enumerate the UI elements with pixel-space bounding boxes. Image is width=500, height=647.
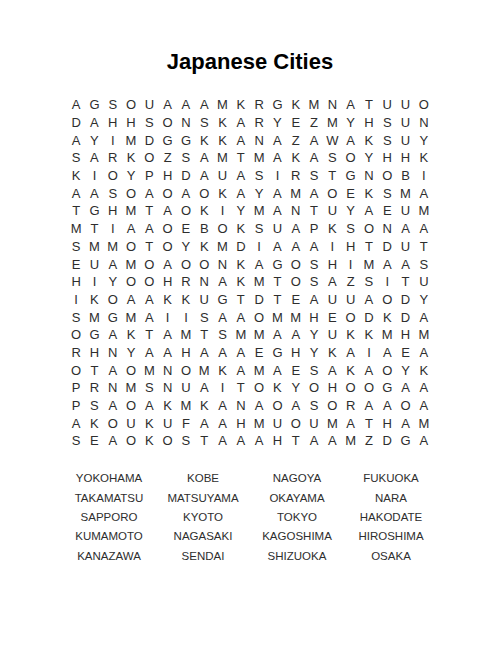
grid-cell: A <box>268 202 286 220</box>
grid-cell: K <box>360 131 378 149</box>
grid-cell: A <box>158 326 176 344</box>
word-list-item: TOKYO <box>250 507 344 526</box>
word-list-item: KAGOSHIMA <box>250 527 344 546</box>
grid-cell: A <box>341 414 359 432</box>
grid-cell: A <box>104 361 122 379</box>
grid-cell: N <box>378 220 396 238</box>
grid-cell: G <box>213 291 231 309</box>
grid-cell: M <box>122 308 140 326</box>
grid-cell: T <box>85 220 103 238</box>
grid-cell: N <box>195 273 213 291</box>
grid-cell: O <box>360 379 378 397</box>
grid-cell: K <box>415 149 433 167</box>
word-search-grid: AGSOUAAAMKRGKMNATUUODAHHSONSKARYEZMYHSUN… <box>67 96 433 450</box>
grid-cell: H <box>268 432 286 450</box>
grid-cell: P <box>67 397 85 415</box>
grid-cell: M <box>268 308 286 326</box>
grid-cell: U <box>177 379 195 397</box>
grid-cell: K <box>341 326 359 344</box>
grid-cell: S <box>195 114 213 132</box>
grid-cell: A <box>158 344 176 362</box>
grid-cell: H <box>67 273 85 291</box>
grid-cell: A <box>323 361 341 379</box>
grid-cell: R <box>341 397 359 415</box>
grid-cell: T <box>195 326 213 344</box>
grid-cell: A <box>67 184 85 202</box>
grid-cell: M <box>177 326 195 344</box>
grid-cell: M <box>415 414 433 432</box>
grid-cell: K <box>195 397 213 415</box>
grid-cell: A <box>341 131 359 149</box>
grid-cell: Y <box>305 344 323 362</box>
grid-cell: H <box>396 149 414 167</box>
grid-cell: S <box>360 273 378 291</box>
grid-cell: A <box>268 238 286 256</box>
grid-cell: I <box>341 255 359 273</box>
grid-cell: A <box>415 379 433 397</box>
grid-cell: O <box>305 379 323 397</box>
grid-cell: S <box>195 308 213 326</box>
grid-cell: H <box>158 273 176 291</box>
grid-cell: M <box>415 202 433 220</box>
grid-cell: O <box>323 397 341 415</box>
grid-cell: A <box>213 397 231 415</box>
grid-cell: A <box>195 167 213 185</box>
grid-cell: U <box>140 96 158 114</box>
grid-cell: K <box>213 184 231 202</box>
grid-cell: B <box>396 167 414 185</box>
grid-cell: A <box>140 308 158 326</box>
grid-cell: N <box>323 96 341 114</box>
grid-cell: S <box>305 273 323 291</box>
grid-cell: A <box>396 379 414 397</box>
grid-cell: A <box>268 184 286 202</box>
grid-cell: S <box>213 326 231 344</box>
grid-cell: O <box>158 432 176 450</box>
grid-cell: T <box>360 414 378 432</box>
word-list-item: KOBE <box>156 469 250 488</box>
word-list-item: HAKODATE <box>344 507 438 526</box>
grid-cell: S <box>378 114 396 132</box>
grid-cell: K <box>232 96 250 114</box>
grid-cell: U <box>122 414 140 432</box>
grid-cell: M <box>396 184 414 202</box>
grid-cell: O <box>177 255 195 273</box>
grid-cell: Z <box>341 273 359 291</box>
grid-cell: O <box>140 149 158 167</box>
grid-cell: U <box>396 202 414 220</box>
grid-cell: E <box>287 114 305 132</box>
grid-cell: A <box>195 149 213 167</box>
grid-cell: H <box>360 114 378 132</box>
grid-cell: A <box>158 202 176 220</box>
grid-cell: A <box>360 291 378 309</box>
grid-cell: M <box>213 238 231 256</box>
grid-cell: D <box>250 291 268 309</box>
grid-cell: A <box>268 326 286 344</box>
grid-cell: A <box>140 184 158 202</box>
grid-cell: K <box>85 414 103 432</box>
grid-cell: T <box>287 432 305 450</box>
grid-cell: G <box>378 379 396 397</box>
grid-cell: O <box>323 184 341 202</box>
grid-cell: M <box>85 308 103 326</box>
grid-cell: Y <box>305 326 323 344</box>
word-list-item: KUMAMOTO <box>62 527 156 546</box>
grid-cell: A <box>250 432 268 450</box>
grid-cell: A <box>104 397 122 415</box>
grid-cell: T <box>305 202 323 220</box>
grid-cell: Y <box>360 149 378 167</box>
grid-cell: I <box>104 131 122 149</box>
grid-cell: T <box>232 379 250 397</box>
grid-cell: K <box>232 255 250 273</box>
grid-cell: D <box>232 238 250 256</box>
grid-cell: O <box>122 361 140 379</box>
grid-cell: G <box>104 308 122 326</box>
grid-cell: O <box>122 397 140 415</box>
grid-cell: R <box>177 273 195 291</box>
grid-cell: A <box>415 220 433 238</box>
grid-cell: N <box>250 131 268 149</box>
grid-cell: I <box>67 291 85 309</box>
grid-cell: A <box>415 397 433 415</box>
grid-cell: K <box>268 379 286 397</box>
grid-cell: O <box>195 184 213 202</box>
grid-cell: Y <box>250 184 268 202</box>
grid-cell: T <box>232 291 250 309</box>
grid-cell: M <box>323 414 341 432</box>
grid-cell: A <box>177 184 195 202</box>
grid-cell: O <box>122 184 140 202</box>
grid-cell: K <box>287 96 305 114</box>
grid-cell: A <box>67 131 85 149</box>
grid-cell: O <box>287 255 305 273</box>
grid-cell: N <box>158 361 176 379</box>
grid-cell: N <box>360 167 378 185</box>
grid-cell: I <box>85 167 103 185</box>
word-list-item: YOKOHAMA <box>62 469 156 488</box>
grid-cell: M <box>122 202 140 220</box>
word-list-item: NARA <box>344 488 438 507</box>
grid-cell: A <box>305 131 323 149</box>
grid-cell: A <box>305 149 323 167</box>
word-list-item: SENDAI <box>156 546 250 565</box>
grid-cell: N <box>213 255 231 273</box>
grid-cell: A <box>232 131 250 149</box>
grid-cell: O <box>268 397 286 415</box>
grid-cell: R <box>85 379 103 397</box>
grid-cell: T <box>268 273 286 291</box>
grid-cell: A <box>360 397 378 415</box>
grid-cell: K <box>122 149 140 167</box>
grid-cell: S <box>305 397 323 415</box>
grid-cell: T <box>323 167 341 185</box>
grid-cell: A <box>213 432 231 450</box>
grid-cell: N <box>158 379 176 397</box>
grid-cell: U <box>158 414 176 432</box>
grid-cell: R <box>67 344 85 362</box>
grid-cell: A <box>213 414 231 432</box>
grid-cell: A <box>122 220 140 238</box>
grid-cell: A <box>232 114 250 132</box>
grid-cell: A <box>396 220 414 238</box>
grid-cell: A <box>85 114 103 132</box>
grid-cell: S <box>305 361 323 379</box>
grid-cell: M <box>378 326 396 344</box>
grid-cell: G <box>268 96 286 114</box>
grid-cell: U <box>415 273 433 291</box>
grid-cell: K <box>232 273 250 291</box>
grid-cell: A <box>67 414 85 432</box>
grid-cell: T <box>268 291 286 309</box>
grid-cell: A <box>213 273 231 291</box>
grid-cell: O <box>158 220 176 238</box>
grid-cell: Z <box>287 131 305 149</box>
grid-cell: M <box>213 149 231 167</box>
grid-cell: A <box>323 432 341 450</box>
grid-cell: O <box>287 273 305 291</box>
grid-cell: I <box>360 344 378 362</box>
grid-cell: D <box>396 308 414 326</box>
grid-cell: O <box>104 167 122 185</box>
grid-cell: T <box>140 202 158 220</box>
word-list-item: NAGOYA <box>250 469 344 488</box>
grid-cell: K <box>323 344 341 362</box>
grid-cell: F <box>177 414 195 432</box>
grid-cell: U <box>341 291 359 309</box>
grid-cell: K <box>195 238 213 256</box>
grid-cell: A <box>195 379 213 397</box>
grid-cell: R <box>287 167 305 185</box>
grid-cell: Y <box>341 114 359 132</box>
grid-cell: O <box>213 220 231 238</box>
grid-cell: K <box>415 361 433 379</box>
grid-cell: H <box>378 149 396 167</box>
grid-cell: A <box>305 184 323 202</box>
grid-cell: R <box>250 114 268 132</box>
grid-cell: D <box>378 432 396 450</box>
grid-cell: U <box>268 414 286 432</box>
grid-cell: A <box>378 255 396 273</box>
grid-cell: O <box>250 379 268 397</box>
grid-cell: H <box>287 344 305 362</box>
grid-cell: A <box>104 326 122 344</box>
grid-cell: H <box>323 379 341 397</box>
grid-cell: H <box>378 414 396 432</box>
grid-cell: A <box>360 361 378 379</box>
grid-cell: A <box>232 308 250 326</box>
grid-cell: S <box>67 238 85 256</box>
grid-cell: H <box>396 326 414 344</box>
grid-cell: S <box>177 149 195 167</box>
grid-cell: K <box>213 131 231 149</box>
grid-cell: P <box>305 220 323 238</box>
grid-cell: A <box>305 238 323 256</box>
grid-cell: M <box>122 131 140 149</box>
grid-cell: E <box>396 344 414 362</box>
grid-cell: O <box>177 202 195 220</box>
grid-cell: A <box>287 238 305 256</box>
grid-cell: A <box>287 326 305 344</box>
grid-cell: A <box>396 414 414 432</box>
word-list-item: OSAKA <box>344 546 438 565</box>
grid-cell: I <box>268 167 286 185</box>
grid-cell: A <box>140 397 158 415</box>
puzzle-title: Japanese Cities <box>0 0 500 75</box>
grid-cell: I <box>213 379 231 397</box>
grid-cell: Y <box>122 167 140 185</box>
grid-cell: K <box>360 326 378 344</box>
grid-cell: O <box>195 255 213 273</box>
grid-cell: H <box>122 114 140 132</box>
grid-cell: A <box>250 397 268 415</box>
grid-cell: A <box>140 220 158 238</box>
grid-cell: T <box>140 238 158 256</box>
grid-cell: S <box>415 255 433 273</box>
grid-cell: Y <box>85 131 103 149</box>
grid-cell: M <box>250 361 268 379</box>
grid-cell: O <box>415 96 433 114</box>
grid-cell: M <box>250 326 268 344</box>
grid-cell: M <box>250 273 268 291</box>
grid-cell: U <box>396 96 414 114</box>
grid-cell: A <box>378 397 396 415</box>
grid-cell: Y <box>104 273 122 291</box>
grid-cell: A <box>268 361 286 379</box>
grid-cell: M <box>323 114 341 132</box>
grid-cell: S <box>67 149 85 167</box>
grid-cell: H <box>305 308 323 326</box>
grid-cell: M <box>67 220 85 238</box>
grid-cell: K <box>323 220 341 238</box>
grid-cell: R <box>104 149 122 167</box>
grid-cell: O <box>250 308 268 326</box>
grid-cell: A <box>268 149 286 167</box>
grid-cell: U <box>396 131 414 149</box>
grid-cell: E <box>323 308 341 326</box>
grid-cell: N <box>104 344 122 362</box>
grid-cell: D <box>360 308 378 326</box>
grid-cell: I <box>323 238 341 256</box>
grid-cell: M <box>250 202 268 220</box>
grid-cell: A <box>195 414 213 432</box>
grid-cell: A <box>232 361 250 379</box>
grid-cell: U <box>268 220 286 238</box>
grid-cell: O <box>140 255 158 273</box>
grid-cell: N <box>104 379 122 397</box>
grid-cell: S <box>85 397 103 415</box>
grid-cell: A <box>158 255 176 273</box>
grid-cell: G <box>268 255 286 273</box>
grid-cell: N <box>415 114 433 132</box>
grid-cell: O <box>104 414 122 432</box>
grid-cell: A <box>378 344 396 362</box>
grid-cell: Y <box>287 379 305 397</box>
grid-cell: I <box>104 220 122 238</box>
grid-cell: Y <box>232 202 250 220</box>
grid-cell: S <box>378 184 396 202</box>
grid-cell: T <box>67 202 85 220</box>
grid-cell: H <box>104 202 122 220</box>
grid-cell: K <box>195 131 213 149</box>
grid-cell: I <box>177 308 195 326</box>
grid-cell: M <box>177 397 195 415</box>
grid-cell: S <box>140 379 158 397</box>
grid-cell: M <box>140 361 158 379</box>
grid-cell: K <box>213 114 231 132</box>
grid-cell: A <box>85 184 103 202</box>
grid-cell: S <box>104 96 122 114</box>
grid-cell: A <box>396 255 414 273</box>
grid-cell: K <box>140 414 158 432</box>
grid-cell: M <box>415 326 433 344</box>
grid-cell: M <box>341 432 359 450</box>
grid-cell: A <box>287 220 305 238</box>
grid-cell: U <box>378 96 396 114</box>
grid-cell: I <box>213 202 231 220</box>
grid-cell: G <box>158 131 176 149</box>
grid-cell: S <box>177 432 195 450</box>
grid-cell: G <box>85 96 103 114</box>
grid-cell: S <box>323 149 341 167</box>
grid-cell: A <box>213 344 231 362</box>
grid-cell: M <box>213 96 231 114</box>
grid-cell: T <box>85 361 103 379</box>
grid-cell: D <box>378 238 396 256</box>
grid-cell: E <box>177 220 195 238</box>
grid-cell: P <box>140 167 158 185</box>
grid-cell: D <box>140 131 158 149</box>
grid-cell: K <box>158 397 176 415</box>
grid-cell: H <box>104 114 122 132</box>
grid-cell: U <box>305 414 323 432</box>
grid-cell: U <box>396 114 414 132</box>
grid-cell: Y <box>268 114 286 132</box>
grid-cell: G <box>177 131 195 149</box>
grid-cell: U <box>195 291 213 309</box>
word-list-item: NAGASAKI <box>156 527 250 546</box>
grid-cell: G <box>85 202 103 220</box>
grid-cell: U <box>85 255 103 273</box>
grid-cell: T <box>360 96 378 114</box>
grid-cell: Y <box>396 361 414 379</box>
word-list-item: MATSUYAMA <box>156 488 250 507</box>
word-list-item: FUKUOKA <box>344 469 438 488</box>
grid-cell: A <box>415 432 433 450</box>
grid-cell: A <box>250 255 268 273</box>
grid-cell: M <box>232 326 250 344</box>
grid-cell: O <box>158 238 176 256</box>
grid-cell: Z <box>158 149 176 167</box>
grid-cell: G <box>268 344 286 362</box>
grid-cell: G <box>396 432 414 450</box>
grid-cell: O <box>341 308 359 326</box>
grid-cell: O <box>287 414 305 432</box>
grid-cell: A <box>415 184 433 202</box>
grid-cell: I <box>378 273 396 291</box>
grid-cell: A <box>360 202 378 220</box>
grid-cell: O <box>396 397 414 415</box>
grid-cell: A <box>415 308 433 326</box>
word-list-item: HIROSHIMA <box>344 527 438 546</box>
grid-cell: M <box>360 255 378 273</box>
grid-cell: I <box>85 273 103 291</box>
grid-cell: G <box>341 167 359 185</box>
grid-cell: K <box>341 361 359 379</box>
grid-cell: K <box>158 291 176 309</box>
grid-cell: A <box>232 344 250 362</box>
